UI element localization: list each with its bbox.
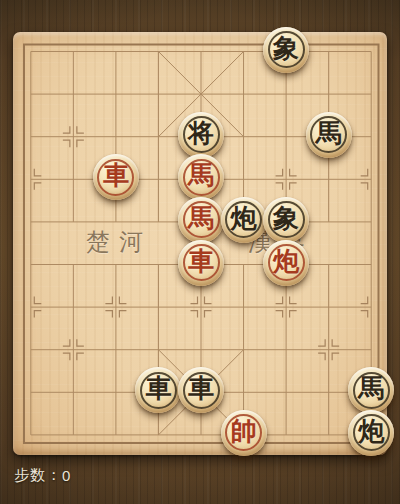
black-horse-glyph: 馬: [316, 121, 342, 147]
xiangqi-app: 楚河 漢界 象将馬車馬馬炮象車炮車車馬帥炮 步数： 0: [0, 0, 400, 504]
black-horse-glyph: 馬: [358, 376, 384, 402]
red-chariot-glyph: 車: [103, 163, 129, 189]
piece-black-elephant[interactable]: 象: [263, 27, 309, 73]
piece-black-cannon[interactable]: 炮: [221, 197, 267, 243]
red-horse-glyph: 馬: [188, 206, 214, 232]
red-horse-glyph: 馬: [188, 163, 214, 189]
black-elephant-glyph: 象: [273, 206, 299, 232]
red-cannon-glyph: 炮: [273, 249, 299, 275]
piece-red-horse[interactable]: 馬: [178, 154, 224, 200]
piece-black-elephant[interactable]: 象: [263, 197, 309, 243]
black-chariot-glyph: 車: [188, 376, 214, 402]
step-counter-label: 步数：: [14, 466, 62, 485]
piece-black-horse[interactable]: 馬: [348, 367, 394, 413]
piece-black-general[interactable]: 将: [178, 112, 224, 158]
piece-red-cannon[interactable]: 炮: [263, 240, 309, 286]
piece-red-general[interactable]: 帥: [221, 410, 267, 456]
step-counter-value: 0: [62, 467, 71, 484]
red-general-glyph: 帥: [231, 419, 257, 445]
piece-black-horse[interactable]: 馬: [306, 112, 352, 158]
piece-red-chariot[interactable]: 車: [93, 154, 139, 200]
black-elephant-glyph: 象: [273, 36, 299, 62]
piece-black-cannon[interactable]: 炮: [348, 410, 394, 456]
piece-red-horse[interactable]: 馬: [178, 197, 224, 243]
piece-red-chariot[interactable]: 車: [178, 240, 224, 286]
black-general-glyph: 将: [188, 121, 214, 147]
red-chariot-glyph: 車: [188, 249, 214, 275]
black-chariot-glyph: 車: [145, 376, 171, 402]
black-cannon-glyph: 炮: [231, 206, 257, 232]
step-counter: 步数： 0: [14, 466, 71, 485]
piece-black-chariot[interactable]: 車: [178, 367, 224, 413]
black-cannon-glyph: 炮: [358, 419, 384, 445]
